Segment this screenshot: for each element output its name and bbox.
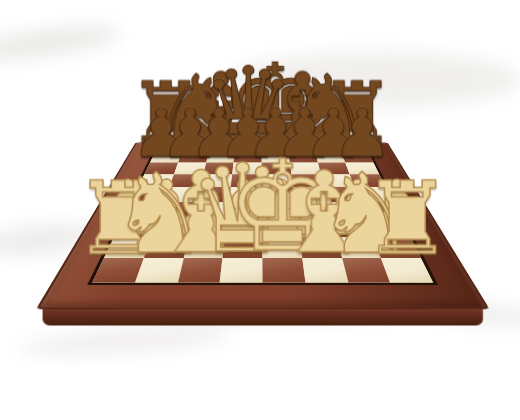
chess-scene: ♜♞♝♛♚♝♞♜♟♟♟♟♟♟♟♟♟♟♟♟♟♟♟♟♜♞♝♛♚♝♞♜ — [0, 0, 520, 420]
board-front-edge — [43, 307, 483, 325]
square-h1[interactable]: ♜ — [381, 258, 433, 282]
chess-board: ♜♞♝♛♚♝♞♜♟♟♟♟♟♟♟♟♟♟♟♟♟♟♟♟♜♞♝♛♚♝♞♜ — [36, 142, 490, 309]
board-grid: ♜♞♝♛♚♝♞♜♟♟♟♟♟♟♟♟♟♟♟♟♟♟♟♟♜♞♝♛♚♝♞♜ — [87, 151, 438, 285]
piece-white-rook[interactable]: ♜ — [361, 169, 451, 269]
